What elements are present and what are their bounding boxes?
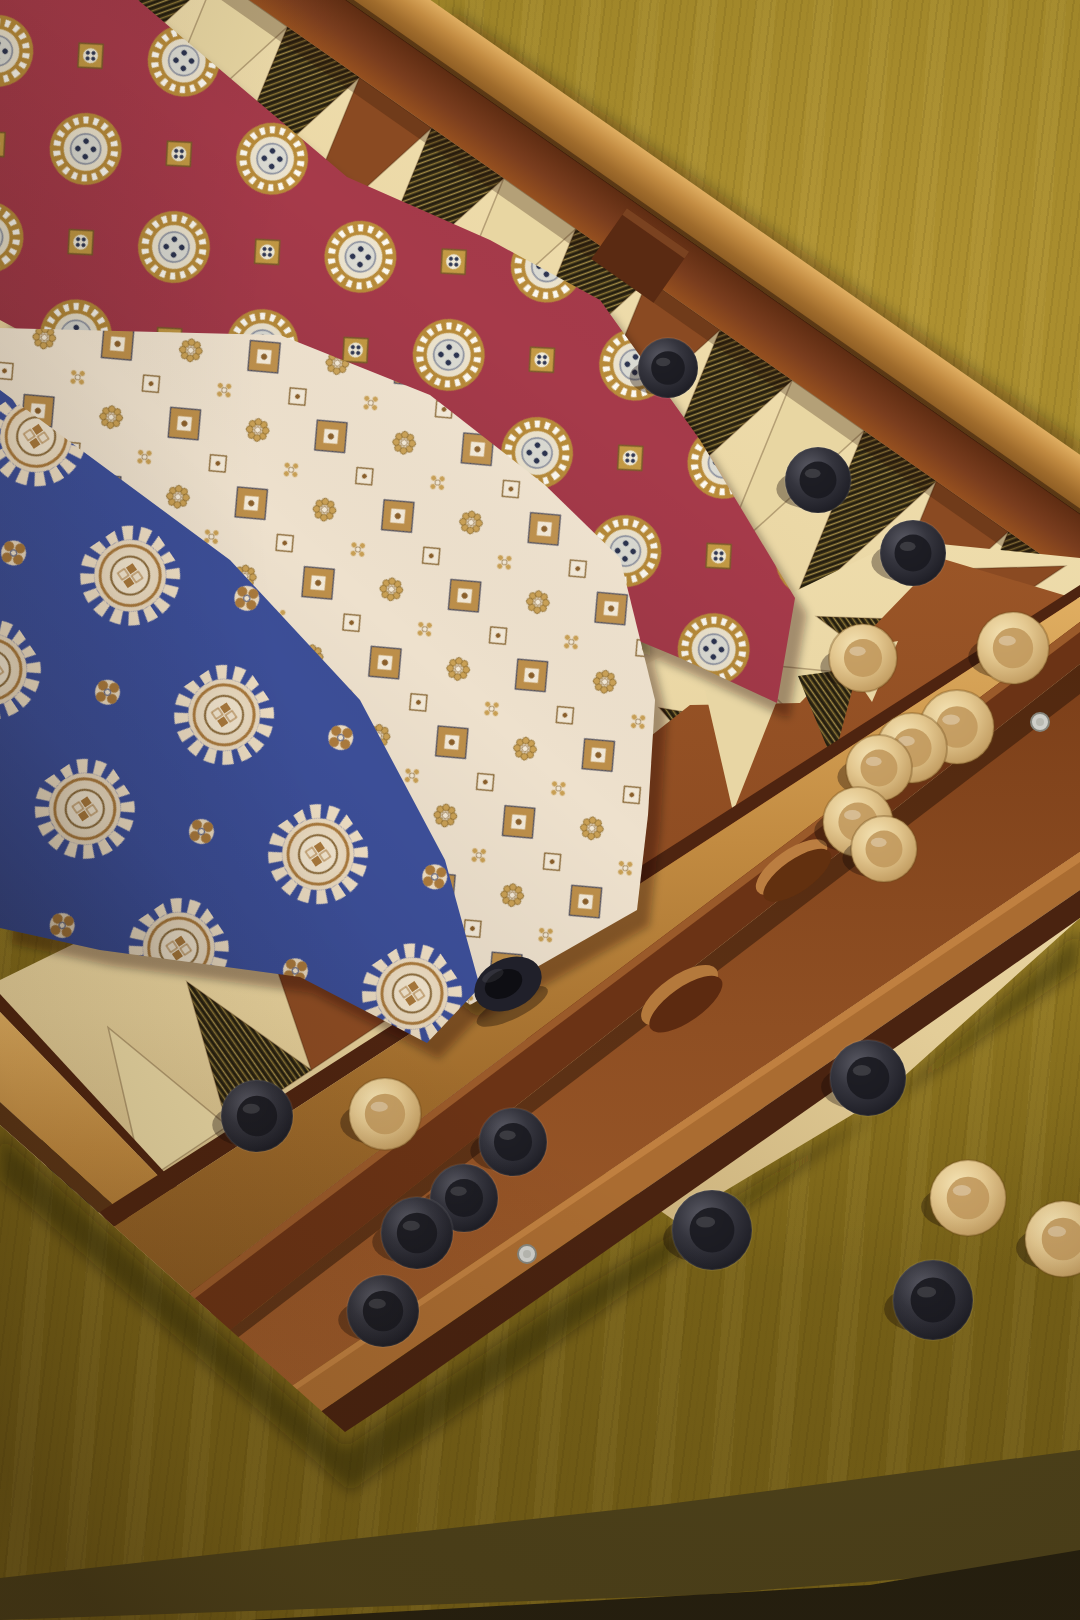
photo-scene [0,0,1080,1620]
vignette [0,0,1080,1620]
